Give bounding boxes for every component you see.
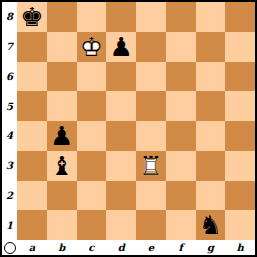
square-d5[interactable]	[106, 91, 136, 121]
file-label-a: a	[17, 240, 47, 255]
square-f1[interactable]	[166, 210, 196, 240]
square-a2[interactable]	[17, 181, 47, 211]
square-a8[interactable]: ♚	[17, 2, 47, 32]
square-a1[interactable]	[17, 210, 47, 240]
square-a4[interactable]	[17, 121, 47, 151]
square-g7[interactable]	[196, 32, 226, 62]
square-d6[interactable]	[106, 62, 136, 92]
square-a3[interactable]	[17, 151, 47, 181]
square-e7[interactable]	[136, 32, 166, 62]
file-label-c: c	[77, 240, 107, 255]
square-d2[interactable]	[106, 181, 136, 211]
square-c4[interactable]	[77, 121, 107, 151]
square-a5[interactable]	[17, 91, 47, 121]
square-g8[interactable]	[196, 2, 226, 32]
rank-label-3: 3	[2, 151, 17, 181]
square-b2[interactable]	[47, 181, 77, 211]
square-c6[interactable]	[77, 62, 107, 92]
square-e2[interactable]	[136, 181, 166, 211]
square-h5[interactable]	[225, 91, 255, 121]
white-to-move-indicator	[4, 242, 16, 254]
square-h1[interactable]	[225, 210, 255, 240]
square-b3[interactable]: ♝	[47, 151, 77, 181]
black-knight: ♞	[196, 210, 226, 240]
square-d8[interactable]	[106, 2, 136, 32]
square-g3[interactable]	[196, 151, 226, 181]
square-b8[interactable]	[47, 2, 77, 32]
square-g2[interactable]	[196, 181, 226, 211]
square-e8[interactable]	[136, 2, 166, 32]
square-g4[interactable]	[196, 121, 226, 151]
square-e4[interactable]	[136, 121, 166, 151]
white-rook: ♜♖	[136, 151, 166, 181]
square-a6[interactable]	[17, 62, 47, 92]
square-a7[interactable]	[17, 32, 47, 62]
square-d7[interactable]: ♟	[106, 32, 136, 62]
square-f2[interactable]	[166, 181, 196, 211]
square-c8[interactable]	[77, 2, 107, 32]
file-label-d: d	[106, 240, 136, 255]
square-h6[interactable]	[225, 62, 255, 92]
black-pawn: ♟	[106, 32, 136, 62]
square-e6[interactable]	[136, 62, 166, 92]
black-bishop: ♝	[47, 151, 77, 181]
file-labels: abcdefgh	[17, 240, 255, 255]
white-king: ♚♔	[77, 32, 107, 62]
square-d4[interactable]	[106, 121, 136, 151]
square-b5[interactable]	[47, 91, 77, 121]
square-h3[interactable]	[225, 151, 255, 181]
square-h4[interactable]	[225, 121, 255, 151]
file-label-b: b	[47, 240, 77, 255]
square-f5[interactable]	[166, 91, 196, 121]
square-e1[interactable]	[136, 210, 166, 240]
square-g6[interactable]	[196, 62, 226, 92]
square-c2[interactable]	[77, 181, 107, 211]
square-g1[interactable]: ♞	[196, 210, 226, 240]
square-b7[interactable]	[47, 32, 77, 62]
square-d3[interactable]	[106, 151, 136, 181]
square-b1[interactable]	[47, 210, 77, 240]
square-c1[interactable]	[77, 210, 107, 240]
chess-diagram: 87654321 ♚♚♔♟♟♝♜♖♞ abcdefgh	[0, 0, 257, 257]
square-b6[interactable]	[47, 62, 77, 92]
rank-label-7: 7	[2, 32, 17, 62]
rank-label-5: 5	[2, 91, 17, 121]
square-h2[interactable]	[225, 181, 255, 211]
square-e3[interactable]: ♜♖	[136, 151, 166, 181]
square-f7[interactable]	[166, 32, 196, 62]
file-label-h: h	[225, 240, 255, 255]
rank-labels: 87654321	[2, 2, 17, 240]
square-f4[interactable]	[166, 121, 196, 151]
square-f6[interactable]	[166, 62, 196, 92]
square-f3[interactable]	[166, 151, 196, 181]
rank-label-8: 8	[2, 2, 17, 32]
file-label-g: g	[196, 240, 226, 255]
file-label-e: e	[136, 240, 166, 255]
square-c5[interactable]	[77, 91, 107, 121]
rank-label-4: 4	[2, 121, 17, 151]
square-f8[interactable]	[166, 2, 196, 32]
square-d1[interactable]	[106, 210, 136, 240]
square-e5[interactable]	[136, 91, 166, 121]
square-h8[interactable]	[225, 2, 255, 32]
file-label-f: f	[166, 240, 196, 255]
rank-label-6: 6	[2, 62, 17, 92]
rank-label-2: 2	[2, 181, 17, 211]
square-g5[interactable]	[196, 91, 226, 121]
black-king: ♚	[17, 2, 47, 32]
rank-label-1: 1	[2, 210, 17, 240]
square-c7[interactable]: ♚♔	[77, 32, 107, 62]
square-b4[interactable]: ♟	[47, 121, 77, 151]
square-h7[interactable]	[225, 32, 255, 62]
black-pawn: ♟	[47, 121, 77, 151]
chess-board: ♚♚♔♟♟♝♜♖♞	[17, 2, 255, 240]
square-c3[interactable]	[77, 151, 107, 181]
